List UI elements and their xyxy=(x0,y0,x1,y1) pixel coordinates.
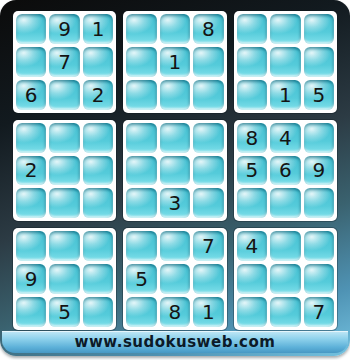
cell-r4c6[interactable] xyxy=(193,123,223,153)
cell-r3c5[interactable] xyxy=(160,80,190,110)
cell-r2c3[interactable] xyxy=(83,47,113,77)
cell-r5c9[interactable]: 9 xyxy=(304,156,334,186)
cell-r1c4[interactable] xyxy=(126,14,156,44)
cell-r3c1[interactable]: 6 xyxy=(16,80,46,110)
cell-r1c6[interactable]: 8 xyxy=(193,14,223,44)
cell-r4c4[interactable] xyxy=(126,123,156,153)
footer-band: www.sudokusweb.com xyxy=(2,331,348,353)
cell-r7c3[interactable] xyxy=(83,231,113,261)
cell-r3c4[interactable] xyxy=(126,80,156,110)
cell-r1c5[interactable] xyxy=(160,14,190,44)
sudoku-box: 84569 xyxy=(234,120,337,222)
cell-r2c9[interactable] xyxy=(304,47,334,77)
cell-r7c4[interactable] xyxy=(126,231,156,261)
cell-r6c7[interactable] xyxy=(237,188,267,218)
cell-r3c7[interactable] xyxy=(237,80,267,110)
cell-r1c7[interactable] xyxy=(237,14,267,44)
cell-r7c9[interactable] xyxy=(304,231,334,261)
cell-r8c8[interactable] xyxy=(270,264,300,294)
cell-r1c2[interactable]: 9 xyxy=(49,14,79,44)
sudoku-box: 95 xyxy=(13,228,116,330)
sudoku-box: 47 xyxy=(234,228,337,330)
cell-r4c1[interactable] xyxy=(16,123,46,153)
sudoku-box: 15 xyxy=(234,11,337,113)
cell-r1c9[interactable] xyxy=(304,14,334,44)
cell-r2c4[interactable] xyxy=(126,47,156,77)
cell-r2c8[interactable] xyxy=(270,47,300,77)
cell-r9c5[interactable]: 8 xyxy=(160,297,190,327)
cell-r9c8[interactable] xyxy=(270,297,300,327)
cell-r7c1[interactable] xyxy=(16,231,46,261)
cell-r1c1[interactable] xyxy=(16,14,46,44)
cell-r5c2[interactable] xyxy=(49,156,79,186)
cell-r7c8[interactable] xyxy=(270,231,300,261)
cell-r6c9[interactable] xyxy=(304,188,334,218)
cell-r8c6[interactable] xyxy=(193,264,223,294)
site-url: www.sudokusweb.com xyxy=(75,333,276,351)
cell-r8c5[interactable] xyxy=(160,264,190,294)
cell-r5c6[interactable] xyxy=(193,156,223,186)
cell-r8c1[interactable]: 9 xyxy=(16,264,46,294)
cell-r4c2[interactable] xyxy=(49,123,79,153)
cell-r7c5[interactable] xyxy=(160,231,190,261)
cell-r1c8[interactable] xyxy=(270,14,300,44)
sudoku-box: 7581 xyxy=(123,228,226,330)
sudoku-grid: 917628115238456995758147 xyxy=(13,11,337,330)
cell-r8c7[interactable] xyxy=(237,264,267,294)
cell-r6c3[interactable] xyxy=(83,188,113,218)
sudoku-board: 917628115238456995758147 www.sudokusweb.… xyxy=(0,0,350,356)
cell-r3c6[interactable] xyxy=(193,80,223,110)
sudoku-box: 2 xyxy=(13,120,116,222)
cell-r5c5[interactable] xyxy=(160,156,190,186)
cell-r9c2[interactable]: 5 xyxy=(49,297,79,327)
cell-r2c1[interactable] xyxy=(16,47,46,77)
cell-r4c3[interactable] xyxy=(83,123,113,153)
cell-r9c9[interactable]: 7 xyxy=(304,297,334,327)
cell-r9c7[interactable] xyxy=(237,297,267,327)
cell-r4c8[interactable]: 4 xyxy=(270,123,300,153)
cell-r6c6[interactable] xyxy=(193,188,223,218)
sudoku-box: 81 xyxy=(123,11,226,113)
cell-r5c7[interactable]: 5 xyxy=(237,156,267,186)
cell-r5c4[interactable] xyxy=(126,156,156,186)
cell-r2c5[interactable]: 1 xyxy=(160,47,190,77)
cell-r5c3[interactable] xyxy=(83,156,113,186)
cell-r6c5[interactable]: 3 xyxy=(160,188,190,218)
cell-r5c1[interactable]: 2 xyxy=(16,156,46,186)
cell-r7c7[interactable]: 4 xyxy=(237,231,267,261)
cell-r8c9[interactable] xyxy=(304,264,334,294)
cell-r9c3[interactable] xyxy=(83,297,113,327)
cell-r8c4[interactable]: 5 xyxy=(126,264,156,294)
cell-r6c2[interactable] xyxy=(49,188,79,218)
cell-r4c7[interactable]: 8 xyxy=(237,123,267,153)
cell-r9c4[interactable] xyxy=(126,297,156,327)
cell-r6c4[interactable] xyxy=(126,188,156,218)
sudoku-box: 3 xyxy=(123,120,226,222)
cell-r2c2[interactable]: 7 xyxy=(49,47,79,77)
cell-r4c9[interactable] xyxy=(304,123,334,153)
cell-r7c6[interactable]: 7 xyxy=(193,231,223,261)
cell-r7c2[interactable] xyxy=(49,231,79,261)
cell-r2c7[interactable] xyxy=(237,47,267,77)
cell-r6c1[interactable] xyxy=(16,188,46,218)
cell-r5c8[interactable]: 6 xyxy=(270,156,300,186)
cell-r3c2[interactable] xyxy=(49,80,79,110)
cell-r8c3[interactable] xyxy=(83,264,113,294)
cell-r8c2[interactable] xyxy=(49,264,79,294)
cell-r1c3[interactable]: 1 xyxy=(83,14,113,44)
cell-r2c6[interactable] xyxy=(193,47,223,77)
cell-r3c3[interactable]: 2 xyxy=(83,80,113,110)
cell-r9c6[interactable]: 1 xyxy=(193,297,223,327)
cell-r4c5[interactable] xyxy=(160,123,190,153)
cell-r3c8[interactable]: 1 xyxy=(270,80,300,110)
cell-r3c9[interactable]: 5 xyxy=(304,80,334,110)
cell-r6c8[interactable] xyxy=(270,188,300,218)
sudoku-box: 91762 xyxy=(13,11,116,113)
cell-r9c1[interactable] xyxy=(16,297,46,327)
